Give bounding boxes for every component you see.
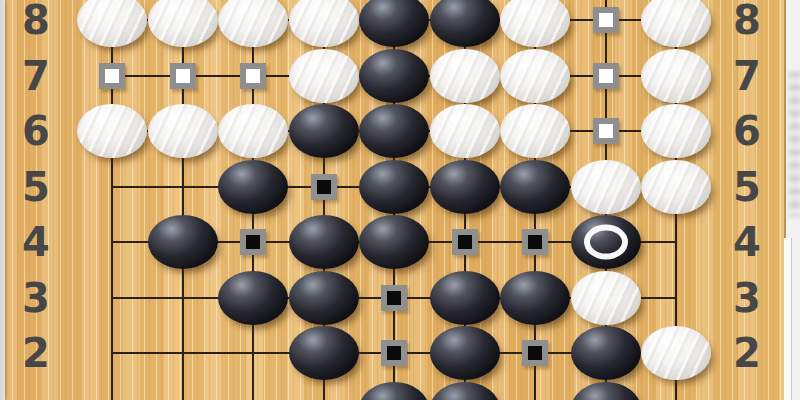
stone-black-E5[interactable] bbox=[359, 160, 429, 214]
stone-black-E6[interactable] bbox=[359, 104, 429, 158]
stone-white-G8[interactable] bbox=[500, 0, 570, 47]
territory-marker-black-G4[interactable] bbox=[522, 229, 548, 255]
territory-marker-black-G2[interactable] bbox=[522, 340, 548, 366]
territory-marker-white-H7[interactable] bbox=[593, 63, 619, 89]
rank-label-right-7: 7 bbox=[723, 52, 771, 100]
stone-white-C8[interactable] bbox=[218, 0, 288, 47]
screenshot-root: 88776655443322 bbox=[0, 0, 800, 400]
go-board[interactable]: 88776655443322 bbox=[0, 0, 786, 400]
right-panel-sliver bbox=[786, 0, 800, 400]
stone-white-J7[interactable] bbox=[641, 49, 711, 103]
stone-black-D3[interactable] bbox=[289, 271, 359, 325]
rank-label-right-8: 8 bbox=[723, 0, 771, 44]
rank-label-right-5: 5 bbox=[723, 163, 771, 211]
stone-black-D2[interactable] bbox=[289, 326, 359, 380]
stone-white-G6[interactable] bbox=[500, 104, 570, 158]
scrollbar-track[interactable] bbox=[784, 238, 792, 400]
stone-white-F7[interactable] bbox=[430, 49, 500, 103]
territory-marker-white-C7[interactable] bbox=[240, 63, 266, 89]
rank-label-right-4: 4 bbox=[723, 218, 771, 266]
stone-white-J2[interactable] bbox=[641, 326, 711, 380]
last-move-circle-icon bbox=[584, 225, 628, 260]
stone-white-G7[interactable] bbox=[500, 49, 570, 103]
rank-label-left-4: 4 bbox=[12, 218, 60, 266]
territory-marker-white-H6[interactable] bbox=[593, 118, 619, 144]
stone-black-D4[interactable] bbox=[289, 215, 359, 269]
territory-marker-black-D5[interactable] bbox=[311, 174, 337, 200]
stone-black-E4[interactable] bbox=[359, 215, 429, 269]
territory-marker-white-B7[interactable] bbox=[170, 63, 196, 89]
territory-marker-black-C4[interactable] bbox=[240, 229, 266, 255]
stone-black-lastmove-H4[interactable] bbox=[571, 215, 641, 269]
rank-label-left-5: 5 bbox=[12, 163, 60, 211]
rank-label-right-2: 2 bbox=[723, 329, 771, 377]
stone-white-A6[interactable] bbox=[77, 104, 147, 158]
grid-vline-B bbox=[182, 0, 184, 400]
stone-black-F5[interactable] bbox=[430, 160, 500, 214]
stone-white-D7[interactable] bbox=[289, 49, 359, 103]
stone-white-D8[interactable] bbox=[289, 0, 359, 47]
stone-black-C3[interactable] bbox=[218, 271, 288, 325]
stone-black-B4[interactable] bbox=[148, 215, 218, 269]
territory-marker-black-F4[interactable] bbox=[452, 229, 478, 255]
stone-black-C5[interactable] bbox=[218, 160, 288, 214]
rank-label-right-6: 6 bbox=[723, 107, 771, 155]
rank-label-left-2: 2 bbox=[12, 329, 60, 377]
stone-white-H5[interactable] bbox=[571, 160, 641, 214]
stone-white-F6[interactable] bbox=[430, 104, 500, 158]
stone-black-D6[interactable] bbox=[289, 104, 359, 158]
territory-marker-black-E3[interactable] bbox=[381, 285, 407, 311]
stone-white-C6[interactable] bbox=[218, 104, 288, 158]
grid-vline-A bbox=[111, 0, 113, 400]
territory-marker-white-H8[interactable] bbox=[593, 7, 619, 33]
rank-label-left-7: 7 bbox=[12, 52, 60, 100]
rank-label-left-8: 8 bbox=[12, 0, 60, 44]
stone-black-E8[interactable] bbox=[359, 0, 429, 47]
stone-black-G3[interactable] bbox=[500, 271, 570, 325]
right-panel-blurred-content bbox=[789, 72, 800, 217]
rank-label-left-3: 3 bbox=[12, 274, 60, 322]
stone-black-H1[interactable] bbox=[571, 382, 641, 400]
territory-marker-black-E2[interactable] bbox=[381, 340, 407, 366]
stone-white-B6[interactable] bbox=[148, 104, 218, 158]
rank-label-right-3: 3 bbox=[723, 274, 771, 322]
rank-label-left-6: 6 bbox=[12, 107, 60, 155]
stone-white-B8[interactable] bbox=[148, 0, 218, 47]
stone-black-H2[interactable] bbox=[571, 326, 641, 380]
stone-white-J6[interactable] bbox=[641, 104, 711, 158]
stone-black-F2[interactable] bbox=[430, 326, 500, 380]
territory-marker-white-A7[interactable] bbox=[99, 63, 125, 89]
stone-black-F3[interactable] bbox=[430, 271, 500, 325]
stone-white-J8[interactable] bbox=[641, 0, 711, 47]
stone-black-E1[interactable] bbox=[359, 382, 429, 400]
stone-black-F8[interactable] bbox=[430, 0, 500, 47]
stone-black-E7[interactable] bbox=[359, 49, 429, 103]
stone-black-F1[interactable] bbox=[430, 382, 500, 400]
stone-white-J5[interactable] bbox=[641, 160, 711, 214]
window-left-edge bbox=[0, 0, 5, 400]
stone-white-H3[interactable] bbox=[571, 271, 641, 325]
stone-black-G5[interactable] bbox=[500, 160, 570, 214]
stone-white-A8[interactable] bbox=[77, 0, 147, 47]
